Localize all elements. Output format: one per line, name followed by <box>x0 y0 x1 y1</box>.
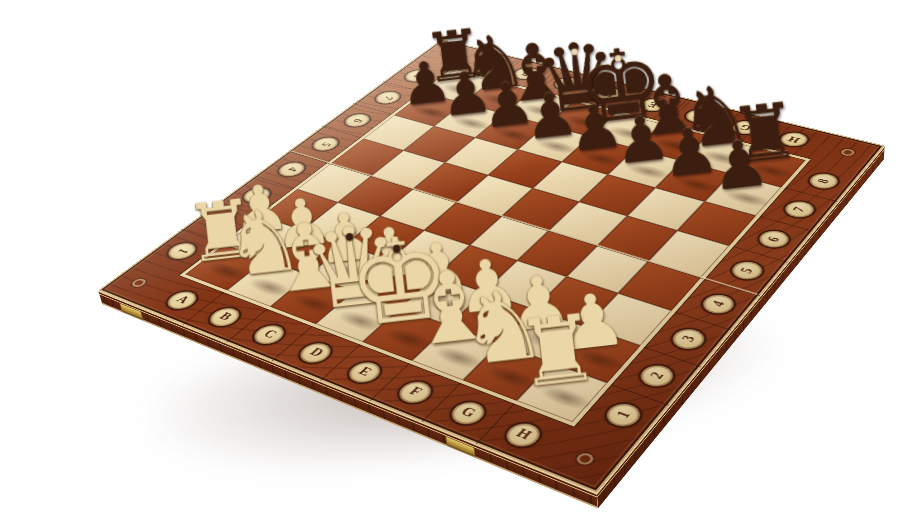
coord-circle-8: 8 <box>802 170 844 193</box>
coord-circle-F: F <box>390 376 440 408</box>
product-photo-stage: ABCDEFGH ABCDEFGH 87654321 87654321 <box>0 0 900 515</box>
coord-label-B: B <box>216 311 233 322</box>
coord-label-8: 8 <box>815 178 831 185</box>
coord-label-6: 6 <box>765 235 782 243</box>
coord-circle-1: 1 <box>597 398 648 432</box>
coord-label-H: H <box>513 427 533 442</box>
coord-circle-5: 5 <box>305 134 344 154</box>
coord-circle-H: H <box>497 417 549 452</box>
black-pawn-icon: ♟ <box>708 132 772 199</box>
coord-circle-3: 3 <box>664 324 712 354</box>
coord-circle-E: E <box>340 357 389 388</box>
crown-finial-icon <box>614 55 621 62</box>
coord-label-3: 3 <box>679 334 697 343</box>
coord-label-G: G <box>458 406 478 420</box>
coord-circle-6: 6 <box>338 111 377 130</box>
coord-label-2: 2 <box>647 371 665 381</box>
coord-circle-2: 2 <box>632 360 682 392</box>
coord-circle-C: C <box>246 320 294 349</box>
board-scene: ABCDEFGH ABCDEFGH 87654321 87654321 <box>188 0 817 515</box>
coord-circle-D: D <box>292 338 340 368</box>
coord-label-E: E <box>356 366 374 378</box>
coord-label-4: 4 <box>709 299 727 308</box>
coord-circle-G: G <box>442 396 493 430</box>
coord-label-F: F <box>406 386 424 399</box>
coord-circle-6: 6 <box>751 227 795 252</box>
coord-circle-B: B <box>202 303 249 331</box>
coord-label-6: 6 <box>350 118 364 124</box>
coord-label-C: C <box>261 329 279 341</box>
coord-circle-A: A <box>159 287 205 314</box>
coord-label-1: 1 <box>613 409 632 419</box>
coord-label-7: 7 <box>791 206 807 213</box>
coord-label-D: D <box>307 347 326 359</box>
white-rook-icon: ♜ <box>512 303 604 399</box>
coord-circle-5: 5 <box>724 257 770 284</box>
coord-circle-4: 4 <box>695 290 742 319</box>
coord-circle-7: 7 <box>777 197 820 221</box>
coord-label-5: 5 <box>318 141 332 147</box>
coord-label-A: A <box>174 295 192 306</box>
coord-label-4: 4 <box>285 166 299 172</box>
coord-label-7: 7 <box>381 95 394 100</box>
coord-label-5: 5 <box>738 266 755 274</box>
